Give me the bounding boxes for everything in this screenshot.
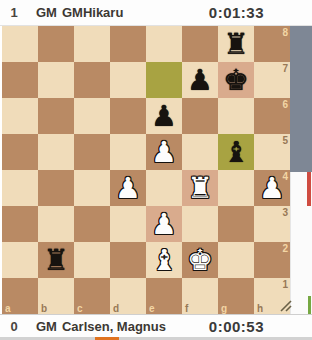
square-a7[interactable] xyxy=(2,62,38,98)
square-c6[interactable] xyxy=(74,98,110,134)
square-c3[interactable] xyxy=(74,206,110,242)
square-d3[interactable] xyxy=(110,206,146,242)
bottom-player-title: GM xyxy=(36,319,57,334)
square-b4[interactable] xyxy=(38,170,74,206)
rank-label-6: 6 xyxy=(282,99,288,110)
file-label-d: d xyxy=(113,303,119,314)
white-king-f2[interactable]: ♚ xyxy=(182,242,218,278)
square-d4[interactable]: ♟ xyxy=(110,170,146,206)
top-player-bar: 1 GM GMHikaru 0:01:33 xyxy=(0,0,312,26)
black-rook-g8[interactable]: ♜ xyxy=(218,26,254,62)
file-label-h: h xyxy=(257,303,263,314)
side-panel-sliver xyxy=(290,26,312,314)
file-label-g: g xyxy=(221,303,227,314)
square-f5[interactable] xyxy=(182,134,218,170)
square-c7[interactable] xyxy=(74,62,110,98)
square-g2[interactable] xyxy=(218,242,254,278)
square-g3[interactable] xyxy=(218,206,254,242)
bottom-player-bar: 0 GM Carlsen, Magnus 0:00:53 xyxy=(0,314,312,338)
square-e5[interactable]: ♟ xyxy=(146,134,182,170)
white-pawn-e5[interactable]: ♟ xyxy=(146,134,182,170)
top-player-score: 1 xyxy=(0,5,28,20)
file-label-e: e xyxy=(149,303,155,314)
file-label-b: b xyxy=(41,303,47,314)
white-pawn-d4[interactable]: ♟ xyxy=(110,170,146,206)
board-resize-handle[interactable] xyxy=(280,300,292,312)
square-a6[interactable] xyxy=(2,98,38,134)
bottom-player-score: 0 xyxy=(0,319,28,334)
square-d8[interactable] xyxy=(110,26,146,62)
file-label-f: f xyxy=(185,303,188,314)
square-f8[interactable] xyxy=(182,26,218,62)
rank-label-3: 3 xyxy=(282,207,288,218)
square-f7[interactable]: ♟ xyxy=(182,62,218,98)
square-g4[interactable] xyxy=(218,170,254,206)
top-player-title: GM xyxy=(36,5,57,20)
square-f6[interactable] xyxy=(182,98,218,134)
square-h3[interactable]: 3 xyxy=(254,206,290,242)
square-g8[interactable]: ♜ xyxy=(218,26,254,62)
chess-board[interactable]: ♜8♟♚7♟6♟♝5♟♜4♟♟3♜♝♚2abcdefgh1 xyxy=(2,26,290,314)
top-player-clock: 0:01:33 xyxy=(209,0,264,25)
square-h2[interactable]: 2 xyxy=(254,242,290,278)
black-pawn-e6[interactable]: ♟ xyxy=(146,98,182,134)
square-f2[interactable]: ♚ xyxy=(182,242,218,278)
black-king-g7[interactable]: ♚ xyxy=(218,62,254,98)
white-rook-f4[interactable]: ♜ xyxy=(182,170,218,206)
file-label-c: c xyxy=(77,303,83,314)
square-h4[interactable]: 4♟ xyxy=(254,170,290,206)
square-b5[interactable] xyxy=(38,134,74,170)
square-a4[interactable] xyxy=(2,170,38,206)
square-d6[interactable] xyxy=(110,98,146,134)
square-g6[interactable] xyxy=(218,98,254,134)
square-c1[interactable]: c xyxy=(74,278,110,314)
square-d5[interactable] xyxy=(110,134,146,170)
square-a1[interactable]: a xyxy=(2,278,38,314)
square-e8[interactable] xyxy=(146,26,182,62)
square-e4[interactable] xyxy=(146,170,182,206)
square-e3[interactable]: ♟ xyxy=(146,206,182,242)
file-label-a: a xyxy=(5,303,11,314)
square-e7[interactable] xyxy=(146,62,182,98)
square-h7[interactable]: 7 xyxy=(254,62,290,98)
square-a2[interactable] xyxy=(2,242,38,278)
square-a8[interactable] xyxy=(2,26,38,62)
square-b3[interactable] xyxy=(38,206,74,242)
square-b7[interactable] xyxy=(38,62,74,98)
square-a3[interactable] xyxy=(2,206,38,242)
square-c4[interactable] xyxy=(74,170,110,206)
scrollbar-thumb[interactable] xyxy=(307,172,311,206)
square-d2[interactable] xyxy=(110,242,146,278)
square-c8[interactable] xyxy=(74,26,110,62)
square-b6[interactable] xyxy=(38,98,74,134)
side-panel-top xyxy=(290,26,312,172)
black-rook-b2[interactable]: ♜ xyxy=(38,242,74,278)
rank-label-1: 1 xyxy=(282,279,288,290)
square-f1[interactable]: f xyxy=(182,278,218,314)
square-c5[interactable] xyxy=(74,134,110,170)
square-e1[interactable]: e xyxy=(146,278,182,314)
square-a5[interactable] xyxy=(2,134,38,170)
rank-label-7: 7 xyxy=(282,63,288,74)
square-g1[interactable]: g xyxy=(218,278,254,314)
top-player-name: GMHikaru xyxy=(62,5,123,20)
square-f4[interactable]: ♜ xyxy=(182,170,218,206)
black-pawn-f7[interactable]: ♟ xyxy=(182,62,218,98)
black-bishop-g5[interactable]: ♝ xyxy=(218,134,254,170)
square-g5[interactable]: ♝ xyxy=(218,134,254,170)
square-h8[interactable]: 8 xyxy=(254,26,290,62)
white-pawn-e3[interactable]: ♟ xyxy=(146,206,182,242)
square-e2[interactable]: ♝ xyxy=(146,242,182,278)
square-b8[interactable] xyxy=(38,26,74,62)
bottom-player-clock: 0:00:53 xyxy=(209,315,264,338)
square-c2[interactable] xyxy=(74,242,110,278)
bottom-player-name: Carlsen, Magnus xyxy=(62,319,166,334)
square-h6[interactable]: 6 xyxy=(254,98,290,134)
square-b1[interactable]: b xyxy=(38,278,74,314)
white-bishop-e2[interactable]: ♝ xyxy=(146,242,182,278)
square-g7[interactable]: ♚ xyxy=(218,62,254,98)
square-h5[interactable]: 5 xyxy=(254,134,290,170)
white-pawn-h4[interactable]: ♟ xyxy=(254,170,290,206)
rank-label-8: 8 xyxy=(282,27,288,38)
rank-label-5: 5 xyxy=(282,135,288,146)
square-e6[interactable]: ♟ xyxy=(146,98,182,134)
square-b2[interactable]: ♜ xyxy=(38,242,74,278)
square-d7[interactable] xyxy=(110,62,146,98)
square-f3[interactable] xyxy=(182,206,218,242)
square-d1[interactable]: d xyxy=(110,278,146,314)
rank-label-2: 2 xyxy=(282,243,288,254)
